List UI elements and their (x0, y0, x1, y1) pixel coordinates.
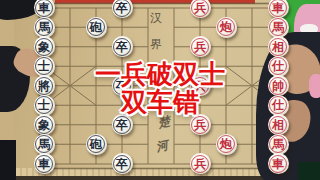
bottom-right-corner-dark (298, 162, 320, 180)
black-piece-象[interactable]: 象 (34, 36, 55, 57)
red-piece-炮[interactable]: 炮 (216, 134, 237, 155)
black-piece-馬[interactable]: 馬 (34, 134, 55, 155)
black-piece-車[interactable]: 車 (34, 0, 55, 18)
red-piece-車[interactable]: 車 (268, 0, 289, 18)
red-piece-相[interactable]: 相 (268, 36, 289, 57)
red-piece-兵[interactable]: 兵 (190, 0, 211, 18)
red-piece-馬[interactable]: 馬 (268, 17, 289, 38)
caption-line1: 一兵破双士 (0, 60, 320, 88)
black-piece-象[interactable]: 象 (34, 114, 55, 135)
red-piece-馬[interactable]: 馬 (268, 134, 289, 155)
black-piece-車[interactable]: 車 (34, 153, 55, 174)
red-piece-車[interactable]: 車 (268, 153, 289, 174)
red-piece-兵[interactable]: 兵 (190, 153, 211, 174)
caption-line2: 双车错 (0, 88, 320, 116)
black-piece-卒[interactable]: 卒 (112, 36, 133, 57)
black-piece-卒[interactable]: 卒 (112, 153, 133, 174)
red-piece-兵[interactable]: 兵 (190, 36, 211, 57)
black-piece-卒[interactable]: 卒 (112, 0, 133, 18)
red-piece-相[interactable]: 相 (268, 114, 289, 135)
black-piece-砲[interactable]: 砲 (86, 17, 107, 38)
black-piece-砲[interactable]: 砲 (86, 134, 107, 155)
video-frame: 汉 界 楚 河 車馬象士將士象馬車砲砲卒卒卒卒卒兵兵兵兵兵炮炮車馬相仕帥仕相馬車… (0, 0, 320, 180)
red-piece-炮[interactable]: 炮 (216, 17, 237, 38)
red-piece-兵[interactable]: 兵 (190, 114, 211, 135)
black-piece-馬[interactable]: 馬 (34, 17, 55, 38)
black-piece-卒[interactable]: 卒 (112, 114, 133, 135)
bottom-left-corner-dark (0, 140, 16, 180)
